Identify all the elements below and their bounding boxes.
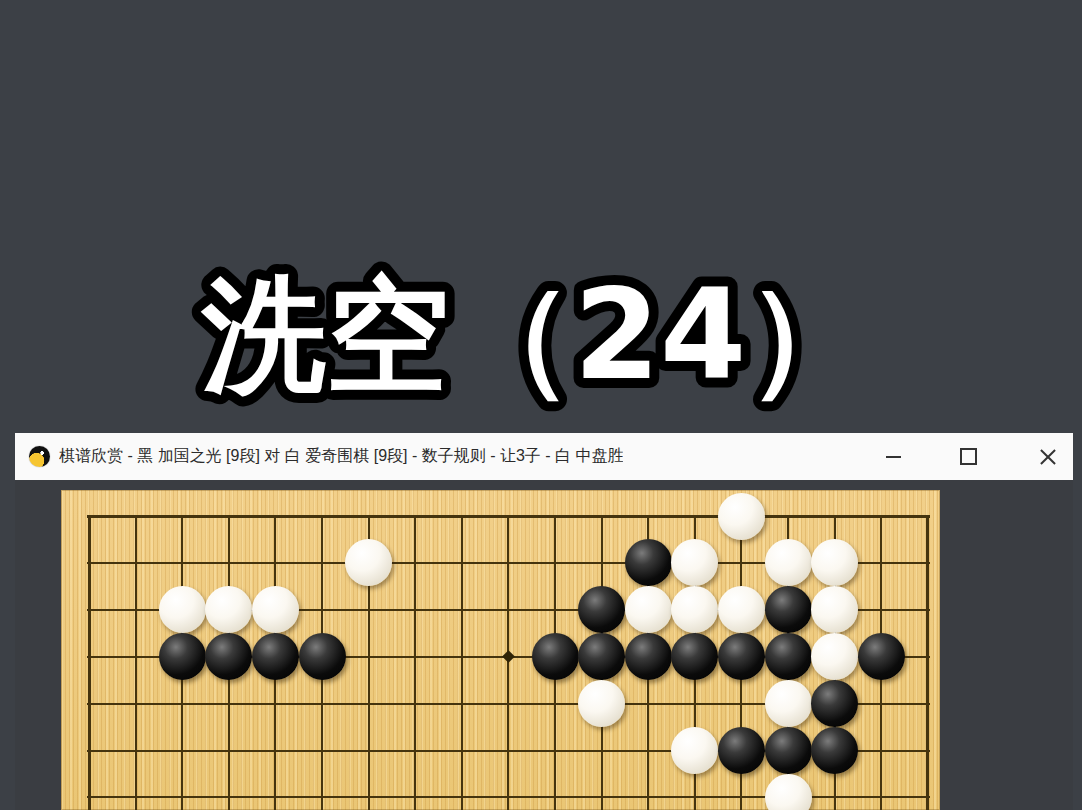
minimize-button[interactable] — [871, 433, 915, 480]
maximize-button[interactable] — [946, 433, 990, 480]
white-stone — [765, 539, 812, 586]
black-stone — [811, 727, 858, 774]
go-board[interactable] — [61, 490, 940, 810]
black-stone — [765, 727, 812, 774]
white-stone — [159, 586, 206, 633]
black-stone — [299, 633, 346, 680]
black-stone — [625, 539, 672, 586]
black-stone — [858, 633, 905, 680]
black-stone — [671, 633, 718, 680]
window-client-area — [15, 480, 1073, 810]
black-stone — [205, 633, 252, 680]
white-stone — [671, 539, 718, 586]
white-stone — [718, 586, 765, 633]
grid-line — [414, 515, 416, 810]
black-stone — [532, 633, 579, 680]
grid-line — [461, 515, 463, 810]
window-title: 棋谱欣赏 - 黑 加国之光 [9段] 对 白 爱奇围棋 [9段] - 数子规则 … — [59, 446, 623, 467]
app-window: 棋谱欣赏 - 黑 加国之光 [9段] 对 白 爱奇围棋 [9段] - 数子规则 … — [15, 433, 1073, 810]
white-stone — [671, 727, 718, 774]
minimize-icon — [886, 456, 901, 458]
white-stone — [811, 586, 858, 633]
white-stone — [765, 774, 812, 810]
white-stone — [252, 586, 299, 633]
close-icon — [1039, 448, 1057, 466]
white-stone — [765, 680, 812, 727]
black-stone — [578, 633, 625, 680]
white-stone — [811, 539, 858, 586]
black-stone — [578, 586, 625, 633]
black-stone — [159, 633, 206, 680]
video-caption: 洗空（24） — [0, 238, 1082, 422]
maximize-icon — [960, 448, 977, 465]
black-stone — [765, 633, 812, 680]
black-stone — [718, 727, 765, 774]
app-icon — [29, 446, 50, 467]
white-stone — [625, 586, 672, 633]
white-stone — [578, 680, 625, 727]
grid-line — [88, 515, 91, 810]
grid-line — [135, 515, 137, 810]
grid-line — [926, 515, 929, 810]
black-stone — [811, 680, 858, 727]
black-stone — [625, 633, 672, 680]
white-stone — [205, 586, 252, 633]
white-stone — [811, 633, 858, 680]
white-stone — [718, 493, 765, 540]
black-stone — [765, 586, 812, 633]
black-stone — [718, 633, 765, 680]
star-point — [502, 650, 515, 663]
white-stone — [671, 586, 718, 633]
close-button[interactable] — [1026, 433, 1070, 480]
window-titlebar[interactable]: 棋谱欣赏 - 黑 加国之光 [9段] 对 白 爱奇围棋 [9段] - 数子规则 … — [15, 433, 1073, 480]
white-stone — [345, 539, 392, 586]
grid-line — [87, 515, 930, 518]
black-stone — [252, 633, 299, 680]
video-caption-text: 洗空（24） — [200, 263, 871, 407]
